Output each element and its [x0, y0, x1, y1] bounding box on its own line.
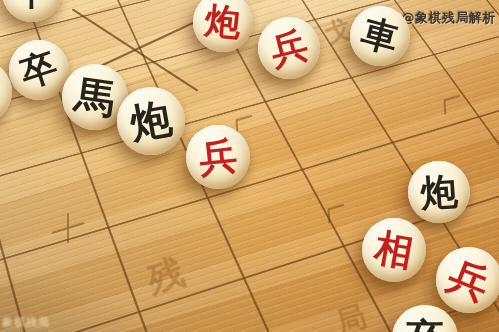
piece-glyph-black-soldier-1: 卒 — [2, 0, 62, 22]
piece-red-cannon-1[interactable]: 炮 — [193, 0, 253, 52]
piece-black-chariot-1[interactable]: 車 — [350, 6, 410, 66]
piece-red-soldier-3[interactable]: 兵 — [258, 17, 320, 79]
piece-red-soldier-4[interactable]: 兵 — [436, 247, 499, 313]
piece-glyph-black-cannon-2: 炮 — [406, 159, 472, 225]
piece-glyph-black-soldier-3: 卒 — [392, 305, 458, 332]
piece-black-soldier-3[interactable]: 卒 — [392, 305, 458, 332]
piece-glyph-red-cannon-1: 炮 — [190, 0, 256, 55]
piece-glyph-red-soldier-2: 兵 — [183, 122, 253, 192]
piece-glyph-red-elephant-1: 相 — [357, 213, 431, 287]
piece-black-cannon-1[interactable]: 炮 — [117, 87, 185, 155]
watermark-bottom-left: 象棋残局 — [2, 315, 50, 330]
piece-black-soldier-1[interactable]: 卒 — [2, 0, 62, 22]
piece-red-elephant-1[interactable]: 相 — [362, 218, 426, 282]
piece-black-cannon-2[interactable]: 炮 — [408, 161, 470, 223]
cross-marker-arm — [67, 213, 69, 243]
bracket-stroke — [444, 100, 447, 115]
piece-black-soldier-2[interactable]: 卒 — [9, 40, 69, 100]
piece-glyph-black-cannon-1: 炮 — [112, 82, 191, 161]
piece-red-soldier-2[interactable]: 兵 — [186, 125, 250, 189]
xiangqi-photo-scene: 戈残局 卒兵卒馬炮兵炮兵車炮相兵卒 搜狐号@象棋残局解析 象棋残局 — [0, 0, 499, 332]
bracket-stroke — [328, 209, 331, 224]
